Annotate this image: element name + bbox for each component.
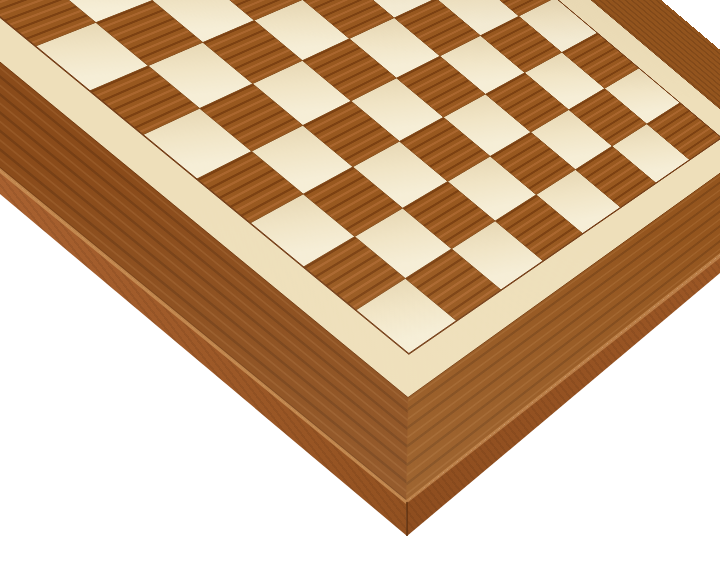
chessboard-photo [0, 0, 720, 576]
corner-miter-seam [406, 502, 408, 536]
chess-board [0, 0, 720, 502]
